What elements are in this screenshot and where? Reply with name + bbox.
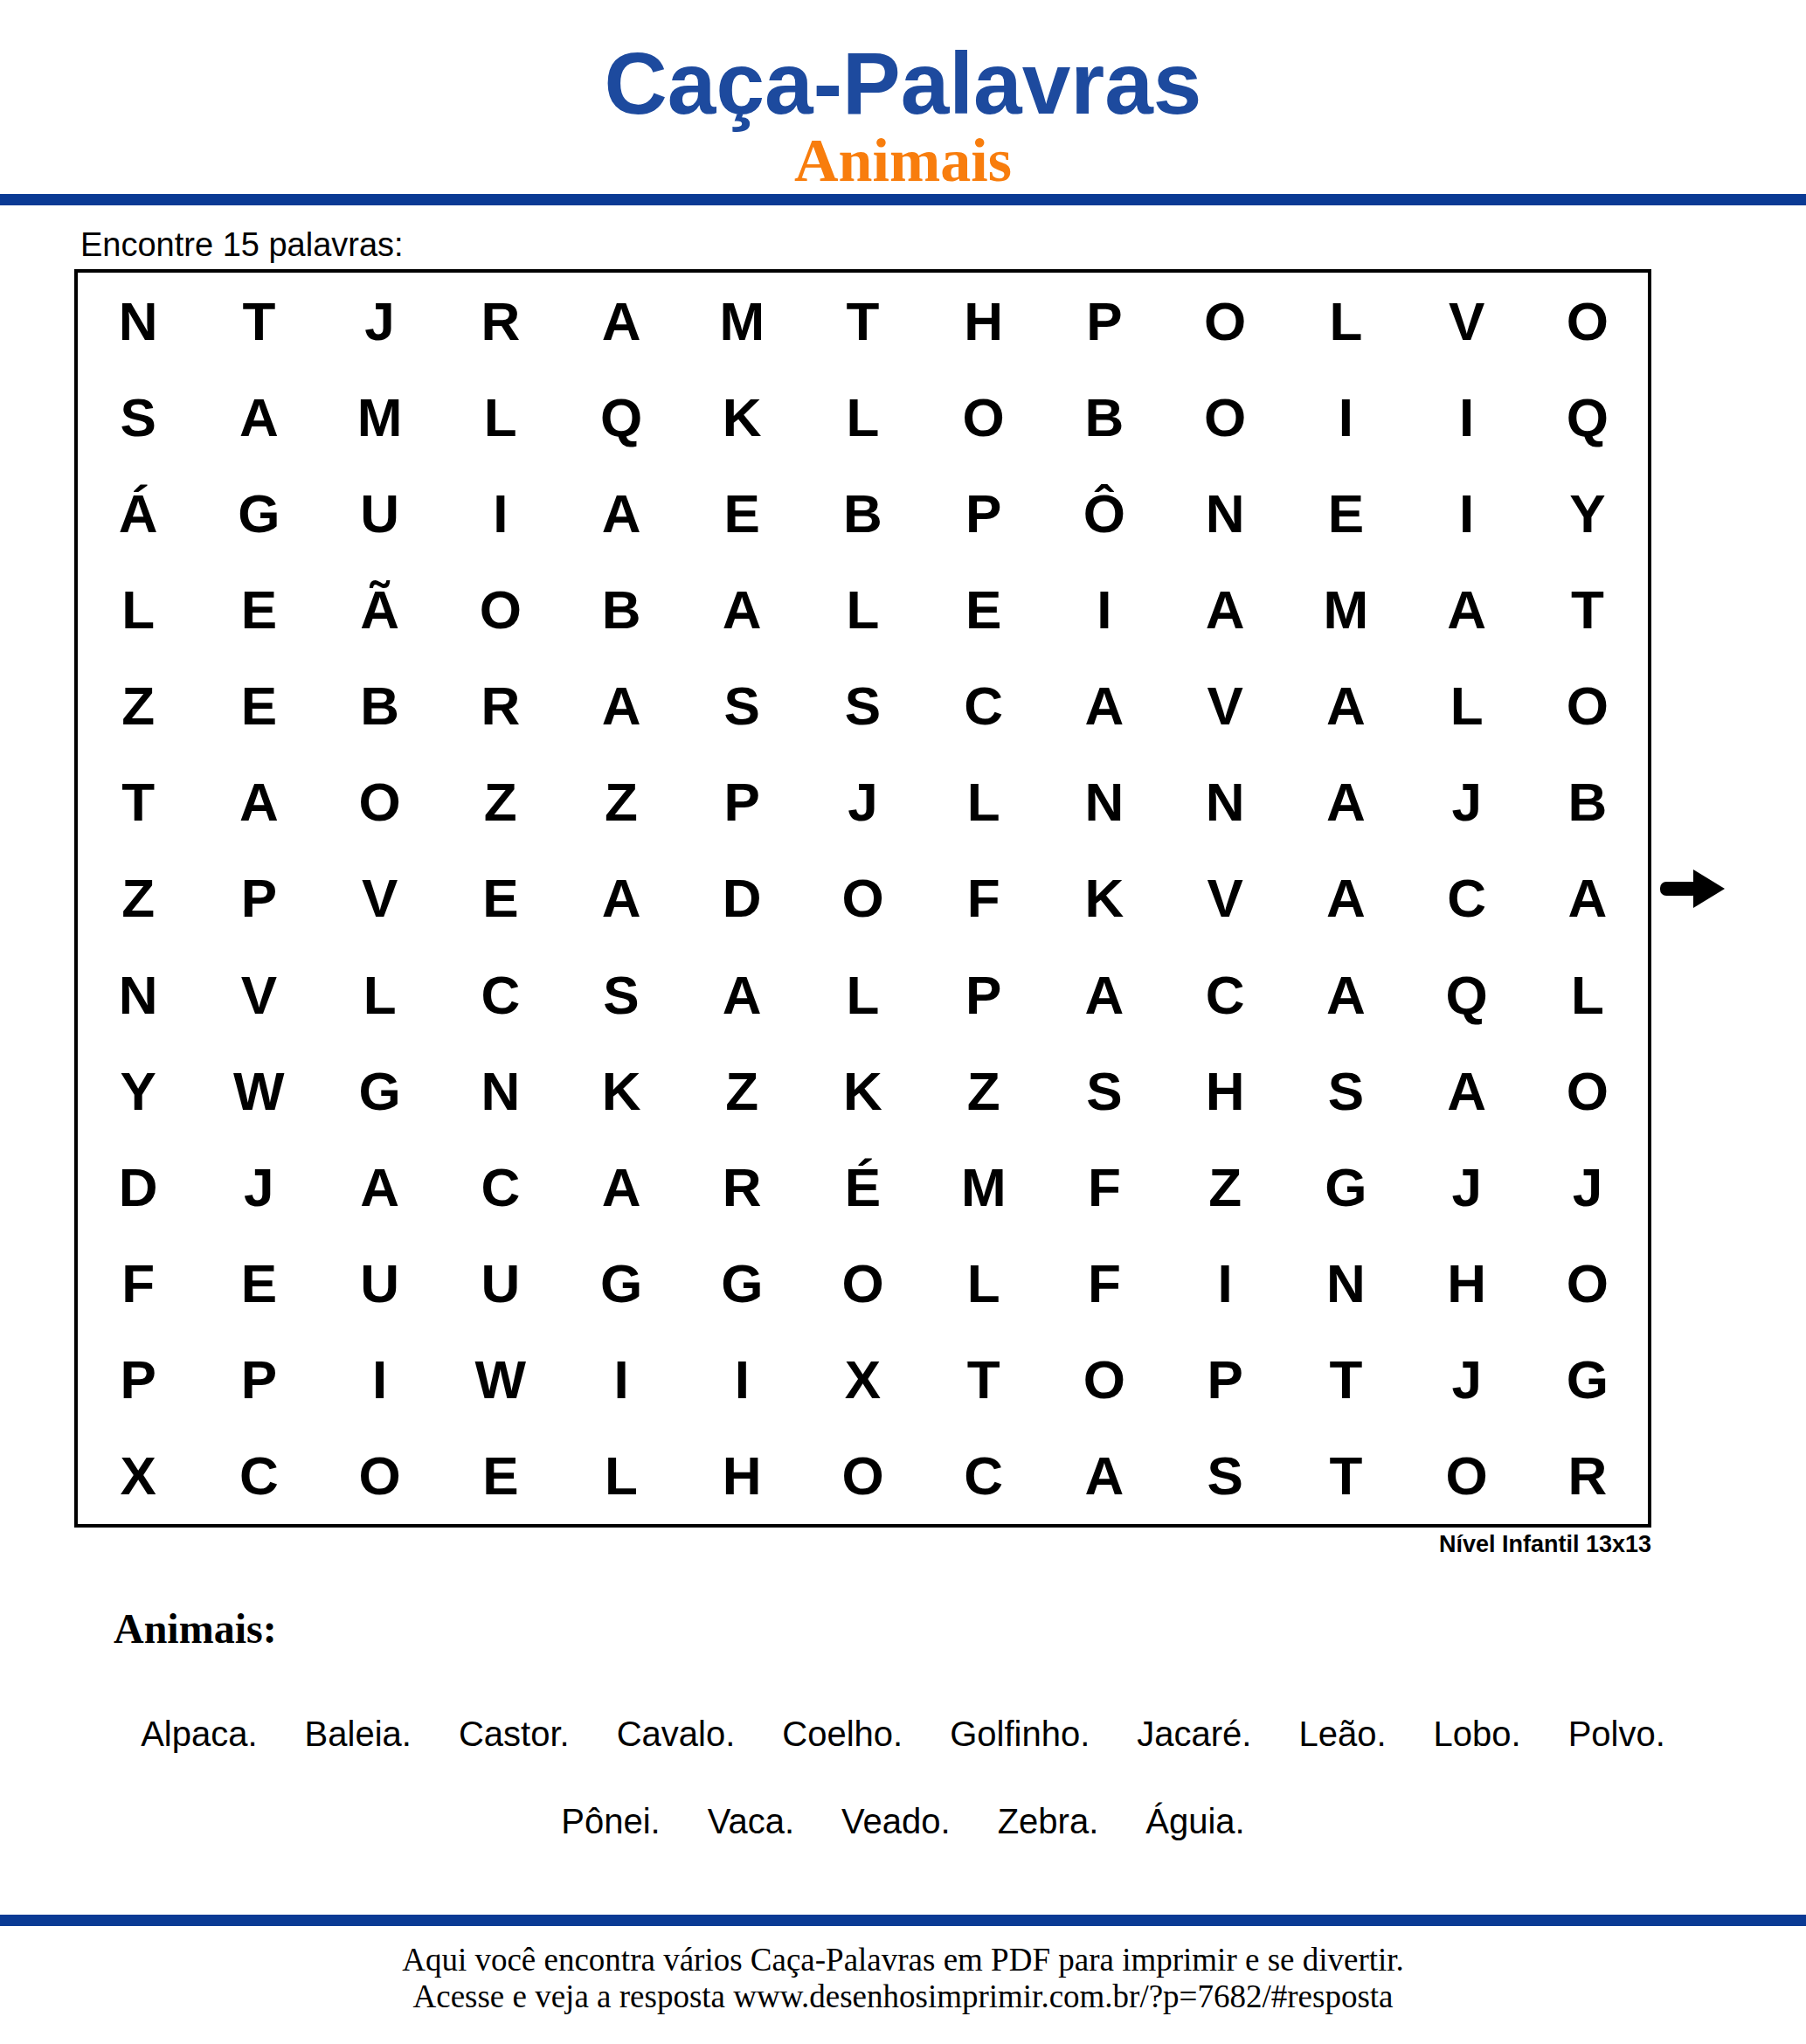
word-item: Coelho.	[782, 1713, 903, 1755]
grid-cell-r1c4[interactable]: R	[440, 273, 561, 369]
grid-cell-r13c10[interactable]: S	[1165, 1428, 1285, 1524]
grid-cell-r13c5[interactable]: L	[561, 1428, 682, 1524]
grid-cell-r5c6[interactable]: S	[682, 658, 802, 754]
grid-cell-r6c10[interactable]: N	[1165, 754, 1285, 850]
grid-cell-r5c13[interactable]: O	[1527, 658, 1648, 754]
grid-cell-r10c12[interactable]: J	[1407, 1139, 1527, 1235]
grid-cell-r2c6[interactable]: K	[682, 369, 802, 465]
grid-cell-r1c6[interactable]: M	[682, 273, 802, 369]
grid-cell-r10c13[interactable]: J	[1527, 1139, 1648, 1235]
grid-cell-r8c11[interactable]: A	[1285, 946, 1406, 1043]
grid-cell-r1c9[interactable]: P	[1044, 273, 1165, 369]
grid-cell-r3c7[interactable]: B	[802, 465, 923, 561]
grid-cell-r12c11[interactable]: T	[1285, 1332, 1406, 1428]
grid-cell-r9c9[interactable]: S	[1044, 1043, 1165, 1139]
grid-cell-r5c4[interactable]: R	[440, 658, 561, 754]
word-item: Golfinho.	[950, 1713, 1090, 1755]
grid-cell-r2c3[interactable]: M	[319, 369, 439, 465]
grid-cell-r3c5[interactable]: A	[561, 465, 682, 561]
grid-cell-r8c10[interactable]: C	[1165, 946, 1285, 1043]
grid-cell-r5c10[interactable]: V	[1165, 658, 1285, 754]
grid-cell-r6c7[interactable]: J	[802, 754, 923, 850]
grid-cell-r2c8[interactable]: O	[924, 369, 1044, 465]
grid-cell-r3c12[interactable]: I	[1407, 465, 1527, 561]
footer-line1: Aqui você encontra vários Caça-Palavras …	[0, 1942, 1806, 1978]
grid-cell-r4c11[interactable]: M	[1285, 561, 1406, 657]
grid-cell-r4c8[interactable]: E	[924, 561, 1044, 657]
grid-cell-r9c12[interactable]: A	[1407, 1043, 1527, 1139]
grid-cell-r5c3[interactable]: B	[319, 658, 439, 754]
word-item: Vaca.	[708, 1800, 794, 1842]
level-label: Nível Infantil 13x13	[1439, 1531, 1651, 1558]
grid-cell-r13c4[interactable]: E	[440, 1428, 561, 1524]
grid-cell-r6c2[interactable]: A	[198, 754, 319, 850]
word-item: Castor.	[459, 1713, 570, 1755]
grid-cell-r3c10[interactable]: N	[1165, 465, 1285, 561]
grid-cell-r4c5[interactable]: B	[561, 561, 682, 657]
grid-cell-r13c8[interactable]: C	[924, 1428, 1044, 1524]
grid-cell-r13c13[interactable]: R	[1527, 1428, 1648, 1524]
grid-cell-r11c2[interactable]: E	[198, 1236, 319, 1332]
grid-cell-r5c8[interactable]: C	[924, 658, 1044, 754]
grid-cell-r1c8[interactable]: H	[924, 273, 1044, 369]
grid-cell-r11c7[interactable]: O	[802, 1236, 923, 1332]
grid-cell-r9c4[interactable]: N	[440, 1043, 561, 1139]
grid-cell-r1c12[interactable]: V	[1407, 273, 1527, 369]
grid-cell-r5c5[interactable]: A	[561, 658, 682, 754]
grid-cell-r4c4[interactable]: O	[440, 561, 561, 657]
grid-cell-r13c11[interactable]: T	[1285, 1428, 1406, 1524]
grid-cell-r13c3[interactable]: O	[319, 1428, 439, 1524]
grid-cell-r12c12[interactable]: J	[1407, 1332, 1527, 1428]
grid-cell-r8c3[interactable]: L	[319, 946, 439, 1043]
grid-cell-r2c13[interactable]: Q	[1527, 369, 1648, 465]
grid-cell-r11c5[interactable]: G	[561, 1236, 682, 1332]
grid-cell-r12c2[interactable]: P	[198, 1332, 319, 1428]
grid-cell-r7c1[interactable]: Z	[78, 850, 198, 946]
grid-cell-r8c5[interactable]: S	[561, 946, 682, 1043]
grid-cell-r3c3[interactable]: U	[319, 465, 439, 561]
grid-cell-r6c13[interactable]: B	[1527, 754, 1648, 850]
grid-cell-r5c1[interactable]: Z	[78, 658, 198, 754]
grid-cell-r1c2[interactable]: T	[198, 273, 319, 369]
grid-cell-r3c8[interactable]: P	[924, 465, 1044, 561]
grid-cell-r7c6[interactable]: D	[682, 850, 802, 946]
wordsearch-grid: NTJRAMTHPOLVOSAMLQKLOBOIIQÁGUIAEBPÔNEIYL…	[74, 269, 1651, 1528]
grid-cell-r4c3[interactable]: Ã	[319, 561, 439, 657]
grid-cell-r7c8[interactable]: F	[924, 850, 1044, 946]
grid-cell-r10c8[interactable]: M	[924, 1139, 1044, 1235]
grid-cell-r8c8[interactable]: P	[924, 946, 1044, 1043]
page: Caça-Palavras Animais Encontre 15 palavr…	[0, 0, 1806, 2044]
grid-cell-r8c12[interactable]: Q	[1407, 946, 1527, 1043]
word-item: Leão.	[1298, 1713, 1386, 1755]
grid-cell-r2c11[interactable]: I	[1285, 369, 1406, 465]
grid-cell-r5c7[interactable]: S	[802, 658, 923, 754]
grid-cell-r4c6[interactable]: A	[682, 561, 802, 657]
grid-cell-r9c5[interactable]: K	[561, 1043, 682, 1139]
word-list-line1: Alpaca.Baleia.Castor.Cavalo.Coelho.Golfi…	[0, 1713, 1806, 1755]
grid-cell-r7c12[interactable]: C	[1407, 850, 1527, 946]
grid-cell-r6c8[interactable]: L	[924, 754, 1044, 850]
grid-cell-r4c13[interactable]: T	[1527, 561, 1648, 657]
grid-cell-r7c7[interactable]: O	[802, 850, 923, 946]
word-item: Alpaca.	[141, 1713, 257, 1755]
grid-cell-r9c3[interactable]: G	[319, 1043, 439, 1139]
grid-cell-r4c9[interactable]: I	[1044, 561, 1165, 657]
footer-divider-bar	[0, 1915, 1806, 1926]
grid-cell-r9c8[interactable]: Z	[924, 1043, 1044, 1139]
word-list-line2: Pônei.Vaca.Veado.Zebra.Águia.	[0, 1800, 1806, 1842]
grid-cell-r11c13[interactable]: O	[1527, 1236, 1648, 1332]
grid-cell-r8c4[interactable]: C	[440, 946, 561, 1043]
grid-cell-r12c8[interactable]: T	[924, 1332, 1044, 1428]
grid-cell-r11c11[interactable]: N	[1285, 1236, 1406, 1332]
grid-cell-r9c7[interactable]: K	[802, 1043, 923, 1139]
word-item: Pônei.	[561, 1800, 660, 1842]
word-item: Baleia.	[305, 1713, 412, 1755]
grid-cell-r12c10[interactable]: P	[1165, 1332, 1285, 1428]
grid-cell-r1c1[interactable]: N	[78, 273, 198, 369]
grid-cell-r10c3[interactable]: A	[319, 1139, 439, 1235]
grid-cell-r12c13[interactable]: G	[1527, 1332, 1648, 1428]
grid-cell-r7c3[interactable]: V	[319, 850, 439, 946]
grid-cell-r7c13[interactable]: A	[1527, 850, 1648, 946]
grid-cell-r6c6[interactable]: P	[682, 754, 802, 850]
page-title: Caça-Palavras	[0, 31, 1806, 135]
grid-cell-r7c11[interactable]: A	[1285, 850, 1406, 946]
grid-cell-r9c2[interactable]: W	[198, 1043, 319, 1139]
grid-cell-r1c13[interactable]: O	[1527, 273, 1648, 369]
grid-cell-r4c2[interactable]: E	[198, 561, 319, 657]
grid-cell-r4c12[interactable]: A	[1407, 561, 1527, 657]
grid-cell-r9c13[interactable]: O	[1527, 1043, 1648, 1139]
grid-cell-r1c7[interactable]: T	[802, 273, 923, 369]
grid-cell-r10c9[interactable]: F	[1044, 1139, 1165, 1235]
grid-cell-r6c1[interactable]: T	[78, 754, 198, 850]
grid-cell-r2c2[interactable]: A	[198, 369, 319, 465]
grid-cell-r1c11[interactable]: L	[1285, 273, 1406, 369]
grid-cell-r10c6[interactable]: R	[682, 1139, 802, 1235]
footer-text: Aqui você encontra vários Caça-Palavras …	[0, 1942, 1806, 2015]
grid-cell-r3c2[interactable]: G	[198, 465, 319, 561]
grid-cell-r8c6[interactable]: A	[682, 946, 802, 1043]
grid-cell-r2c10[interactable]: O	[1165, 369, 1285, 465]
grid-cell-r3c6[interactable]: E	[682, 465, 802, 561]
grid-cell-r12c9[interactable]: O	[1044, 1332, 1165, 1428]
answer-url[interactable]: www.desenhosimprimir.com.br/?p=7682/#res…	[733, 1978, 1393, 2014]
grid-cell-r12c3[interactable]: I	[319, 1332, 439, 1428]
grid-cell-r1c10[interactable]: O	[1165, 273, 1285, 369]
grid-cell-r12c1[interactable]: P	[78, 1332, 198, 1428]
grid-cell-r7c10[interactable]: V	[1165, 850, 1285, 946]
grid-cell-r12c6[interactable]: I	[682, 1332, 802, 1428]
word-item: Jacaré.	[1137, 1713, 1251, 1755]
grid-cell-r12c7[interactable]: X	[802, 1332, 923, 1428]
word-item: Polvo.	[1568, 1713, 1665, 1755]
grid-cell-r3c4[interactable]: I	[440, 465, 561, 561]
grid-cell-r12c4[interactable]: W	[440, 1332, 561, 1428]
grid-cell-r9c6[interactable]: Z	[682, 1043, 802, 1139]
grid-cell-r2c7[interactable]: L	[802, 369, 923, 465]
grid-cell-r13c7[interactable]: O	[802, 1428, 923, 1524]
grid-cell-r11c10[interactable]: I	[1165, 1236, 1285, 1332]
grid-cell-r9c1[interactable]: Y	[78, 1043, 198, 1139]
grid-cell-r11c3[interactable]: U	[319, 1236, 439, 1332]
grid-cell-r8c13[interactable]: L	[1527, 946, 1648, 1043]
instruction-label: Encontre 15 palavras:	[80, 225, 404, 264]
grid-cell-r11c8[interactable]: L	[924, 1236, 1044, 1332]
grid-cell-r4c7[interactable]: L	[802, 561, 923, 657]
grid-cell-r2c12[interactable]: I	[1407, 369, 1527, 465]
grid-cell-r2c9[interactable]: B	[1044, 369, 1165, 465]
grid-cell-r8c7[interactable]: L	[802, 946, 923, 1043]
grid-cell-r13c9[interactable]: A	[1044, 1428, 1165, 1524]
grid-cell-r3c11[interactable]: E	[1285, 465, 1406, 561]
grid-cell-r6c11[interactable]: A	[1285, 754, 1406, 850]
grid-cell-r9c11[interactable]: S	[1285, 1043, 1406, 1139]
grid-cell-r5c2[interactable]: E	[198, 658, 319, 754]
grid-cell-r8c2[interactable]: V	[198, 946, 319, 1043]
grid-cell-r7c2[interactable]: P	[198, 850, 319, 946]
right-arrow-icon	[1660, 870, 1725, 908]
grid-cell-r11c9[interactable]: F	[1044, 1236, 1165, 1332]
grid-cell-r6c4[interactable]: Z	[440, 754, 561, 850]
grid-cell-r7c9[interactable]: K	[1044, 850, 1165, 946]
grid-cell-r2c4[interactable]: L	[440, 369, 561, 465]
grid-cell-r10c5[interactable]: A	[561, 1139, 682, 1235]
grid-cell-r2c1[interactable]: S	[78, 369, 198, 465]
grid-cell-r5c12[interactable]: L	[1407, 658, 1527, 754]
grid-cell-r7c5[interactable]: A	[561, 850, 682, 946]
grid-cell-r2c5[interactable]: Q	[561, 369, 682, 465]
grid-cell-r3c13[interactable]: Y	[1527, 465, 1648, 561]
page-subtitle: Animais	[0, 128, 1806, 194]
grid-cell-r13c6[interactable]: H	[682, 1428, 802, 1524]
grid-cell-r10c4[interactable]: C	[440, 1139, 561, 1235]
word-item: Zebra.	[998, 1800, 1099, 1842]
grid-cell-r6c3[interactable]: O	[319, 754, 439, 850]
grid-cell-r6c12[interactable]: J	[1407, 754, 1527, 850]
grid-cell-r5c9[interactable]: A	[1044, 658, 1165, 754]
grid-cell-r13c12[interactable]: O	[1407, 1428, 1527, 1524]
footer-line2-prefix: Acesse e veja a resposta	[412, 1978, 733, 2014]
footer-line2: Acesse e veja a resposta www.desenhosimp…	[0, 1978, 1806, 2015]
grid-cell-r10c11[interactable]: G	[1285, 1139, 1406, 1235]
grid-cell-r13c2[interactable]: C	[198, 1428, 319, 1524]
word-item: Cavalo.	[617, 1713, 736, 1755]
grid-cell-r11c4[interactable]: U	[440, 1236, 561, 1332]
grid-cell-r10c10[interactable]: Z	[1165, 1139, 1285, 1235]
grid-cell-r11c12[interactable]: H	[1407, 1236, 1527, 1332]
grid-cell-r10c2[interactable]: J	[198, 1139, 319, 1235]
word-item: Lobo.	[1434, 1713, 1521, 1755]
grid-cell-r4c1[interactable]: L	[78, 561, 198, 657]
grid-cell-r8c1[interactable]: N	[78, 946, 198, 1043]
grid-cell-r4c10[interactable]: A	[1165, 561, 1285, 657]
grid-cell-r11c1[interactable]: F	[78, 1236, 198, 1332]
grid-cell-r8c9[interactable]: A	[1044, 946, 1165, 1043]
grid-cell-r3c9[interactable]: Ô	[1044, 465, 1165, 561]
grid-cell-r10c1[interactable]: D	[78, 1139, 198, 1235]
word-item: Águia.	[1145, 1800, 1244, 1842]
words-heading: Animais:	[114, 1604, 277, 1653]
grid-cell-r13c1[interactable]: X	[78, 1428, 198, 1524]
grid-cell-r1c5[interactable]: A	[561, 273, 682, 369]
grid-cell-r9c10[interactable]: H	[1165, 1043, 1285, 1139]
header-divider-bar	[0, 194, 1806, 205]
grid-cell-r11c6[interactable]: G	[682, 1236, 802, 1332]
grid-cell-r3c1[interactable]: Á	[78, 465, 198, 561]
word-item: Veado.	[841, 1800, 951, 1842]
grid-cell-r7c4[interactable]: E	[440, 850, 561, 946]
grid-cell-r10c7[interactable]: É	[802, 1139, 923, 1235]
grid-cell-r1c3[interactable]: J	[319, 273, 439, 369]
grid-cell-r6c9[interactable]: N	[1044, 754, 1165, 850]
grid-cell-r12c5[interactable]: I	[561, 1332, 682, 1428]
grid-cell-r6c5[interactable]: Z	[561, 754, 682, 850]
grid-cell-r5c11[interactable]: A	[1285, 658, 1406, 754]
